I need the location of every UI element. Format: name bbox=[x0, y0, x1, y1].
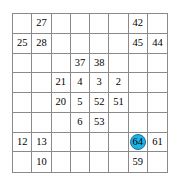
cell-r1c8[interactable] bbox=[148, 14, 167, 34]
cell-r2c3[interactable] bbox=[52, 34, 71, 54]
cell-r5c8[interactable] bbox=[148, 93, 167, 113]
cell-r3c5[interactable]: 38 bbox=[90, 54, 109, 74]
cell-r6c4[interactable]: 6 bbox=[71, 113, 90, 133]
cell-r1c1[interactable] bbox=[13, 14, 32, 34]
cell-r6c2[interactable] bbox=[32, 113, 51, 133]
cell-r6c8[interactable] bbox=[148, 113, 167, 133]
cell-r3c8[interactable] bbox=[148, 54, 167, 74]
cell-r5c2[interactable] bbox=[32, 93, 51, 113]
cell-r2c1[interactable]: 25 bbox=[13, 34, 32, 54]
cell-r2c5[interactable] bbox=[90, 34, 109, 54]
cell-r8c4[interactable] bbox=[71, 152, 90, 172]
cell-r7c1[interactable]: 12 bbox=[13, 133, 32, 153]
cell-r2c2[interactable]: 28 bbox=[32, 34, 51, 54]
cell-r8c7[interactable]: 59 bbox=[129, 152, 148, 172]
cell-r8c8[interactable] bbox=[148, 152, 167, 172]
cell-r5c3[interactable]: 20 bbox=[52, 93, 71, 113]
cell-r2c6[interactable] bbox=[109, 34, 128, 54]
cell-r4c1[interactable] bbox=[13, 73, 32, 93]
cell-r4c8[interactable] bbox=[148, 73, 167, 93]
cell-r8c1[interactable] bbox=[13, 152, 32, 172]
cell-r6c1[interactable] bbox=[13, 113, 32, 133]
cell-r4c4[interactable]: 4 bbox=[71, 73, 90, 93]
cell-r8c6[interactable] bbox=[109, 152, 128, 172]
cell-r5c4[interactable]: 5 bbox=[71, 93, 90, 113]
cell-r3c2[interactable] bbox=[32, 54, 51, 74]
cell-r4c7[interactable] bbox=[129, 73, 148, 93]
cell-r7c5[interactable] bbox=[90, 133, 109, 153]
cell-r7c3[interactable] bbox=[52, 133, 71, 153]
cell-r4c5[interactable]: 3 bbox=[90, 73, 109, 93]
cell-r3c7[interactable] bbox=[129, 54, 148, 74]
cell-r3c1[interactable] bbox=[13, 54, 32, 74]
cell-r2c7[interactable]: 45 bbox=[129, 34, 148, 54]
cell-r7c4[interactable] bbox=[71, 133, 90, 153]
cell-r4c6[interactable]: 2 bbox=[109, 73, 128, 93]
cell-r7c8[interactable]: 61 bbox=[148, 133, 167, 153]
cell-r6c7[interactable] bbox=[129, 113, 148, 133]
cell-r2c8[interactable]: 44 bbox=[148, 34, 167, 54]
puzzle-board: 2742252845443738214322055251653121364611… bbox=[12, 13, 168, 173]
cell-r7c6[interactable] bbox=[109, 133, 128, 153]
cell-r8c5[interactable] bbox=[90, 152, 109, 172]
cell-r6c6[interactable] bbox=[109, 113, 128, 133]
cell-r4c3[interactable]: 21 bbox=[52, 73, 71, 93]
cell-r8c2[interactable]: 10 bbox=[32, 152, 51, 172]
cell-r5c5[interactable]: 52 bbox=[90, 93, 109, 113]
cell-r3c3[interactable] bbox=[52, 54, 71, 74]
cell-r2c4[interactable] bbox=[71, 34, 90, 54]
cell-r1c4[interactable] bbox=[71, 14, 90, 34]
cell-r7c7[interactable]: 64 bbox=[129, 133, 148, 153]
cell-r8c3[interactable] bbox=[52, 152, 71, 172]
cell-r1c2[interactable]: 27 bbox=[32, 14, 51, 34]
cell-r1c3[interactable] bbox=[52, 14, 71, 34]
cell-r5c6[interactable]: 51 bbox=[109, 93, 128, 113]
cell-r5c1[interactable] bbox=[13, 93, 32, 113]
cell-r1c7[interactable]: 42 bbox=[129, 14, 148, 34]
cell-r4c2[interactable] bbox=[32, 73, 51, 93]
cell-r5c7[interactable] bbox=[129, 93, 148, 113]
cell-r6c3[interactable] bbox=[52, 113, 71, 133]
cell-r6c5[interactable]: 53 bbox=[90, 113, 109, 133]
cell-r3c4[interactable]: 37 bbox=[71, 54, 90, 74]
cell-r3c6[interactable] bbox=[109, 54, 128, 74]
cell-r1c5[interactable] bbox=[90, 14, 109, 34]
cell-r7c2[interactable]: 13 bbox=[32, 133, 51, 153]
cell-r1c6[interactable] bbox=[109, 14, 128, 34]
highlight-circle: 64 bbox=[130, 134, 146, 150]
